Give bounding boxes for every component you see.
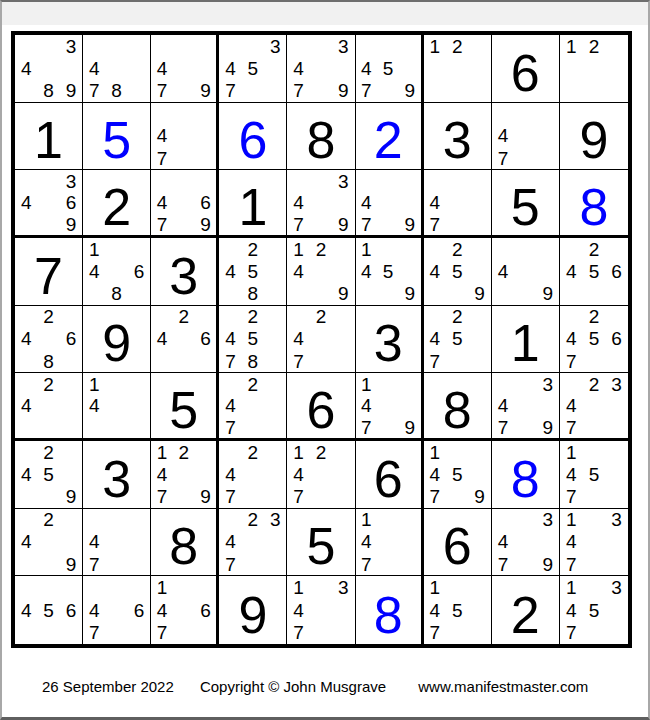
cell-r9c3[interactable]: 1467 bbox=[151, 576, 219, 644]
candidate-5: 5 bbox=[37, 599, 59, 622]
candidate-6: 6 bbox=[60, 599, 82, 622]
cell-r9c5[interactable]: 1347 bbox=[287, 576, 355, 644]
cell-r6c6[interactable]: 1479 bbox=[356, 373, 424, 441]
candidate-1: 1 bbox=[560, 441, 583, 463]
cell-r6c4[interactable]: 247 bbox=[219, 373, 287, 441]
footer-copyright: Copyright © John Musgrave bbox=[200, 678, 386, 695]
candidate-2: 2 bbox=[37, 306, 59, 328]
candidate-3: 3 bbox=[605, 373, 628, 395]
candidate-4: 4 bbox=[83, 395, 105, 417]
candidate-3: 3 bbox=[537, 509, 559, 531]
placed-digit: 5 bbox=[492, 170, 559, 235]
cell-r7c7[interactable]: 14579 bbox=[424, 441, 492, 509]
candidate-4: 4 bbox=[492, 260, 514, 282]
cell-r4c8[interactable]: 49 bbox=[492, 238, 560, 306]
candidate-4: 4 bbox=[83, 599, 105, 622]
placed-digit: 9 bbox=[560, 103, 628, 170]
candidate-7: 7 bbox=[492, 416, 514, 438]
candidate-8: 8 bbox=[105, 282, 127, 304]
candidate-1: 1 bbox=[83, 373, 105, 395]
placed-digit: 2 bbox=[492, 576, 559, 644]
cell-r9c9[interactable]: 13457 bbox=[560, 576, 628, 644]
cell-r8c8[interactable]: 3479 bbox=[492, 509, 560, 577]
placed-digit: 1 bbox=[219, 170, 286, 235]
candidate-8: 8 bbox=[37, 79, 59, 101]
cell-r6c7[interactable]: 8 bbox=[424, 373, 492, 441]
candidate-3: 3 bbox=[60, 35, 82, 57]
candidate-2: 2 bbox=[37, 509, 59, 531]
candidate-7: 7 bbox=[424, 350, 446, 372]
candidate-1: 1 bbox=[83, 238, 105, 260]
candidate-2: 2 bbox=[310, 306, 332, 328]
candidate-4: 4 bbox=[560, 531, 583, 553]
candidate-7: 7 bbox=[356, 553, 378, 575]
candidate-9: 9 bbox=[468, 282, 490, 304]
candidate-4: 4 bbox=[287, 57, 309, 79]
candidate-1: 1 bbox=[356, 509, 378, 531]
candidate-4: 4 bbox=[219, 531, 241, 553]
cell-r1c8[interactable]: 6 bbox=[492, 35, 560, 103]
candidate-1: 1 bbox=[424, 441, 446, 463]
cell-r1c6[interactable]: 4579 bbox=[356, 35, 424, 103]
placed-digit: 6 bbox=[424, 509, 491, 576]
candidate-7: 7 bbox=[287, 350, 309, 372]
candidate-4: 4 bbox=[151, 125, 173, 147]
candidate-4: 4 bbox=[287, 192, 309, 214]
candidate-4: 4 bbox=[356, 260, 378, 282]
candidate-2: 2 bbox=[446, 35, 468, 57]
candidate-7: 7 bbox=[560, 416, 583, 438]
sudoku-app-window: 3489478479345734794579126121547682347934… bbox=[0, 0, 650, 720]
candidate-4: 4 bbox=[492, 125, 514, 147]
candidate-7: 7 bbox=[83, 79, 105, 101]
candidate-6: 6 bbox=[195, 328, 217, 350]
candidate-3: 3 bbox=[605, 576, 628, 599]
candidate-4: 4 bbox=[560, 395, 583, 417]
candidate-7: 7 bbox=[287, 621, 309, 644]
candidate-5: 5 bbox=[583, 328, 606, 350]
candidate-2: 2 bbox=[173, 306, 195, 328]
candidate-2: 2 bbox=[242, 306, 264, 328]
cell-r9c4[interactable]: 9 bbox=[219, 576, 287, 644]
candidate-9: 9 bbox=[332, 282, 354, 304]
candidate-7: 7 bbox=[356, 213, 378, 235]
candidate-4: 4 bbox=[151, 599, 173, 622]
cell-r8c9[interactable]: 1347 bbox=[560, 509, 628, 577]
cell-r6c3[interactable]: 5 bbox=[151, 373, 219, 441]
cell-r3c1[interactable]: 3469 bbox=[15, 170, 83, 238]
candidate-5: 5 bbox=[242, 328, 264, 350]
placed-digit: 5 bbox=[287, 509, 354, 576]
candidate-4: 4 bbox=[560, 463, 583, 485]
candidate-4: 4 bbox=[424, 463, 446, 485]
cell-r7c1[interactable]: 2459 bbox=[15, 441, 83, 509]
candidate-9: 9 bbox=[195, 79, 217, 101]
cell-r5c5[interactable]: 247 bbox=[287, 306, 355, 374]
cell-r5c6[interactable]: 3 bbox=[356, 306, 424, 374]
candidate-3: 3 bbox=[332, 35, 354, 57]
cell-r9c8[interactable]: 2 bbox=[492, 576, 560, 644]
candidate-4: 4 bbox=[15, 599, 37, 622]
candidate-3: 3 bbox=[264, 35, 286, 57]
candidate-7: 7 bbox=[287, 213, 309, 235]
candidate-6: 6 bbox=[195, 192, 217, 214]
candidate-1: 1 bbox=[356, 238, 378, 260]
candidate-2: 2 bbox=[310, 441, 332, 463]
candidate-4: 4 bbox=[15, 395, 37, 417]
candidate-7: 7 bbox=[151, 485, 173, 507]
cell-r5c2[interactable]: 9 bbox=[83, 306, 151, 374]
cell-r8c2[interactable]: 47 bbox=[83, 509, 151, 577]
placed-digit: 3 bbox=[356, 306, 421, 373]
candidate-6: 6 bbox=[605, 328, 628, 350]
cell-r9c1[interactable]: 456 bbox=[15, 576, 83, 644]
candidate-4: 4 bbox=[356, 395, 378, 417]
candidate-2: 2 bbox=[583, 35, 606, 57]
placed-digit: 8 bbox=[424, 373, 491, 438]
placed-digit: 2 bbox=[356, 103, 421, 170]
candidate-7: 7 bbox=[424, 485, 446, 507]
cell-r3c6[interactable]: 479 bbox=[356, 170, 424, 238]
candidate-7: 7 bbox=[492, 553, 514, 575]
cell-r2c7[interactable]: 3 bbox=[424, 103, 492, 171]
cell-r7c6[interactable]: 6 bbox=[356, 441, 424, 509]
candidate-4: 4 bbox=[151, 57, 173, 79]
candidate-9: 9 bbox=[399, 79, 421, 101]
cell-r3c7[interactable]: 47 bbox=[424, 170, 492, 238]
cell-r9c6[interactable]: 8 bbox=[356, 576, 424, 644]
cell-r1c3[interactable]: 479 bbox=[151, 35, 219, 103]
candidate-5: 5 bbox=[583, 463, 606, 485]
candidate-6: 6 bbox=[195, 599, 217, 622]
cell-r1c9[interactable]: 12 bbox=[560, 35, 628, 103]
candidate-7: 7 bbox=[151, 79, 173, 101]
candidate-7: 7 bbox=[492, 147, 514, 169]
placed-digit: 8 bbox=[560, 170, 628, 235]
candidate-9: 9 bbox=[537, 553, 559, 575]
candidate-4: 4 bbox=[287, 599, 309, 622]
candidate-1: 1 bbox=[424, 35, 446, 57]
cell-r6c9[interactable]: 2347 bbox=[560, 373, 628, 441]
candidate-7: 7 bbox=[83, 553, 105, 575]
candidate-7: 7 bbox=[219, 79, 241, 101]
cell-r6c1[interactable]: 24 bbox=[15, 373, 83, 441]
candidate-8: 8 bbox=[37, 350, 59, 372]
candidate-4: 4 bbox=[15, 57, 37, 79]
cell-r3c8[interactable]: 5 bbox=[492, 170, 560, 238]
candidate-4: 4 bbox=[15, 463, 37, 485]
cell-r7c5[interactable]: 1247 bbox=[287, 441, 355, 509]
cell-r6c5[interactable]: 6 bbox=[287, 373, 355, 441]
placed-digit: 1 bbox=[15, 103, 82, 170]
candidate-7: 7 bbox=[219, 416, 241, 438]
cell-r2c1[interactable]: 1 bbox=[15, 103, 83, 171]
candidate-4: 4 bbox=[219, 57, 241, 79]
candidate-4: 4 bbox=[424, 328, 446, 350]
placed-digit: 8 bbox=[287, 103, 354, 170]
cell-r7c8[interactable]: 8 bbox=[492, 441, 560, 509]
candidate-7: 7 bbox=[151, 213, 173, 235]
candidate-9: 9 bbox=[537, 282, 559, 304]
candidate-5: 5 bbox=[446, 599, 468, 622]
candidate-3: 3 bbox=[332, 576, 354, 599]
footer-website: www.manifestmaster.com bbox=[418, 678, 588, 695]
candidate-4: 4 bbox=[219, 463, 241, 485]
cell-r6c8[interactable]: 3479 bbox=[492, 373, 560, 441]
cell-r4c5[interactable]: 1249 bbox=[287, 238, 355, 306]
candidate-4: 4 bbox=[219, 395, 241, 417]
candidate-7: 7 bbox=[287, 485, 309, 507]
candidate-7: 7 bbox=[219, 485, 241, 507]
cell-r3c2[interactable]: 2 bbox=[83, 170, 151, 238]
cell-r2c3[interactable]: 47 bbox=[151, 103, 219, 171]
footer-date: 26 September 2022 bbox=[42, 678, 174, 695]
candidate-9: 9 bbox=[399, 282, 421, 304]
candidate-7: 7 bbox=[151, 147, 173, 169]
candidate-6: 6 bbox=[128, 599, 150, 622]
placed-digit: 2 bbox=[83, 170, 150, 235]
candidate-7: 7 bbox=[356, 416, 378, 438]
candidate-6: 6 bbox=[60, 328, 82, 350]
candidate-3: 3 bbox=[60, 170, 82, 192]
cell-r3c9[interactable]: 8 bbox=[560, 170, 628, 238]
cell-r4c7[interactable]: 2459 bbox=[424, 238, 492, 306]
candidate-4: 4 bbox=[424, 260, 446, 282]
candidate-1: 1 bbox=[151, 441, 173, 463]
candidate-9: 9 bbox=[60, 553, 82, 575]
candidate-9: 9 bbox=[332, 213, 354, 235]
candidate-9: 9 bbox=[60, 79, 82, 101]
cell-r7c9[interactable]: 1457 bbox=[560, 441, 628, 509]
cell-r8c5[interactable]: 5 bbox=[287, 509, 355, 577]
cell-r2c8[interactable]: 47 bbox=[492, 103, 560, 171]
candidate-4: 4 bbox=[83, 531, 105, 553]
placed-digit: 8 bbox=[356, 576, 421, 644]
candidate-4: 4 bbox=[492, 395, 514, 417]
candidate-2: 2 bbox=[310, 238, 332, 260]
candidate-2: 2 bbox=[446, 306, 468, 328]
cell-r8c4[interactable]: 2347 bbox=[219, 509, 287, 577]
candidate-4: 4 bbox=[356, 57, 378, 79]
cell-r6c2[interactable]: 14 bbox=[83, 373, 151, 441]
candidate-3: 3 bbox=[332, 170, 354, 192]
candidate-5: 5 bbox=[446, 463, 468, 485]
candidate-1: 1 bbox=[560, 35, 583, 57]
placed-digit: 6 bbox=[219, 103, 286, 170]
candidate-8: 8 bbox=[242, 282, 264, 304]
candidate-9: 9 bbox=[195, 485, 217, 507]
candidate-1: 1 bbox=[287, 576, 309, 599]
candidate-9: 9 bbox=[399, 213, 421, 235]
candidate-9: 9 bbox=[195, 213, 217, 235]
cell-r8c3[interactable]: 8 bbox=[151, 509, 219, 577]
candidate-6: 6 bbox=[60, 192, 82, 214]
candidate-2: 2 bbox=[242, 238, 264, 260]
candidate-9: 9 bbox=[60, 213, 82, 235]
cell-r3c3[interactable]: 4679 bbox=[151, 170, 219, 238]
candidate-4: 4 bbox=[492, 531, 514, 553]
candidate-7: 7 bbox=[219, 553, 241, 575]
cell-r5c7[interactable]: 2457 bbox=[424, 306, 492, 374]
cell-r5c3[interactable]: 246 bbox=[151, 306, 219, 374]
placed-digit: 8 bbox=[492, 441, 559, 508]
cell-r5c4[interactable]: 24578 bbox=[219, 306, 287, 374]
candidate-4: 4 bbox=[15, 192, 37, 214]
cell-r3c4[interactable]: 1 bbox=[219, 170, 287, 238]
candidate-4: 4 bbox=[83, 57, 105, 79]
cell-r1c2[interactable]: 478 bbox=[83, 35, 151, 103]
candidate-5: 5 bbox=[377, 260, 399, 282]
cell-r4c4[interactable]: 2458 bbox=[219, 238, 287, 306]
cell-r4c2[interactable]: 1468 bbox=[83, 238, 151, 306]
candidate-2: 2 bbox=[37, 441, 59, 463]
cell-r9c7[interactable]: 1457 bbox=[424, 576, 492, 644]
cell-r2c2[interactable]: 5 bbox=[83, 103, 151, 171]
candidate-2: 2 bbox=[583, 238, 606, 260]
candidate-4: 4 bbox=[219, 328, 241, 350]
candidate-2: 2 bbox=[242, 441, 264, 463]
candidate-4: 4 bbox=[83, 260, 105, 282]
candidate-4: 4 bbox=[560, 599, 583, 622]
candidate-4: 4 bbox=[151, 463, 173, 485]
candidate-3: 3 bbox=[537, 373, 559, 395]
cell-r2c5[interactable]: 8 bbox=[287, 103, 355, 171]
cell-r4c9[interactable]: 2456 bbox=[560, 238, 628, 306]
candidate-1: 1 bbox=[560, 509, 583, 531]
candidate-7: 7 bbox=[219, 350, 241, 372]
candidate-5: 5 bbox=[446, 328, 468, 350]
candidate-7: 7 bbox=[356, 79, 378, 101]
candidate-5: 5 bbox=[37, 463, 59, 485]
candidate-4: 4 bbox=[424, 192, 446, 214]
cell-r1c4[interactable]: 3457 bbox=[219, 35, 287, 103]
candidate-4: 4 bbox=[287, 260, 309, 282]
cell-r8c7[interactable]: 6 bbox=[424, 509, 492, 577]
candidate-9: 9 bbox=[332, 79, 354, 101]
cell-r9c2[interactable]: 467 bbox=[83, 576, 151, 644]
candidate-7: 7 bbox=[151, 621, 173, 644]
candidate-2: 2 bbox=[173, 441, 195, 463]
candidate-4: 4 bbox=[424, 599, 446, 622]
candidate-2: 2 bbox=[583, 306, 606, 328]
candidate-7: 7 bbox=[424, 213, 446, 235]
cell-r4c1[interactable]: 7 bbox=[15, 238, 83, 306]
candidate-7: 7 bbox=[287, 79, 309, 101]
candidate-4: 4 bbox=[287, 463, 309, 485]
candidate-7: 7 bbox=[560, 350, 583, 372]
placed-digit: 6 bbox=[287, 373, 354, 438]
candidate-7: 7 bbox=[560, 621, 583, 644]
placed-digit: 8 bbox=[151, 509, 216, 576]
cell-r2c4[interactable]: 6 bbox=[219, 103, 287, 171]
cell-r4c3[interactable]: 3 bbox=[151, 238, 219, 306]
candidate-1: 1 bbox=[151, 576, 173, 599]
candidate-7: 7 bbox=[560, 553, 583, 575]
candidate-9: 9 bbox=[537, 416, 559, 438]
candidate-4: 4 bbox=[151, 328, 173, 350]
placed-digit: 5 bbox=[83, 103, 150, 170]
candidate-1: 1 bbox=[356, 373, 378, 395]
cell-r5c1[interactable]: 2468 bbox=[15, 306, 83, 374]
candidate-1: 1 bbox=[287, 238, 309, 260]
candidate-9: 9 bbox=[468, 485, 490, 507]
candidate-1: 1 bbox=[424, 576, 446, 599]
candidate-2: 2 bbox=[242, 373, 264, 395]
candidate-5: 5 bbox=[583, 260, 606, 282]
cell-r1c7[interactable]: 12 bbox=[424, 35, 492, 103]
cell-r8c1[interactable]: 249 bbox=[15, 509, 83, 577]
cell-r2c9[interactable]: 9 bbox=[560, 103, 628, 171]
footer: 26 September 2022 Copyright © John Musgr… bbox=[42, 676, 588, 698]
cell-r8c6[interactable]: 147 bbox=[356, 509, 424, 577]
cell-r4c6[interactable]: 1459 bbox=[356, 238, 424, 306]
candidate-5: 5 bbox=[583, 599, 606, 622]
cell-r1c5[interactable]: 3479 bbox=[287, 35, 355, 103]
candidate-9: 9 bbox=[60, 485, 82, 507]
candidate-4: 4 bbox=[219, 260, 241, 282]
placed-digit: 3 bbox=[83, 441, 150, 508]
candidate-1: 1 bbox=[560, 576, 583, 599]
candidate-1: 1 bbox=[287, 441, 309, 463]
placed-digit: 7 bbox=[15, 238, 82, 305]
candidate-2: 2 bbox=[446, 238, 468, 260]
cell-r5c8[interactable]: 1 bbox=[492, 306, 560, 374]
candidate-2: 2 bbox=[37, 373, 59, 395]
cell-r7c3[interactable]: 12479 bbox=[151, 441, 219, 509]
candidate-7: 7 bbox=[83, 621, 105, 644]
candidate-5: 5 bbox=[446, 260, 468, 282]
candidate-3: 3 bbox=[264, 509, 286, 531]
candidate-4: 4 bbox=[151, 192, 173, 214]
candidate-4: 4 bbox=[15, 328, 37, 350]
cell-r7c4[interactable]: 247 bbox=[219, 441, 287, 509]
window-top-strip bbox=[2, 2, 648, 25]
candidate-8: 8 bbox=[242, 350, 264, 372]
cell-r7c2[interactable]: 3 bbox=[83, 441, 151, 509]
candidate-3: 3 bbox=[605, 509, 628, 531]
candidate-2: 2 bbox=[583, 373, 606, 395]
candidate-4: 4 bbox=[356, 192, 378, 214]
placed-digit: 6 bbox=[492, 35, 559, 102]
candidate-7: 7 bbox=[560, 485, 583, 507]
sudoku-board: 3489478479345734794579126121547682347934… bbox=[11, 31, 632, 648]
placed-digit: 1 bbox=[492, 306, 559, 373]
cell-r3c5[interactable]: 3479 bbox=[287, 170, 355, 238]
cell-r2c6[interactable]: 2 bbox=[356, 103, 424, 171]
candidate-5: 5 bbox=[242, 57, 264, 79]
candidate-7: 7 bbox=[424, 621, 446, 644]
placed-digit: 3 bbox=[424, 103, 491, 170]
candidate-6: 6 bbox=[128, 260, 150, 282]
candidate-5: 5 bbox=[242, 260, 264, 282]
candidate-4: 4 bbox=[15, 531, 37, 553]
candidate-4: 4 bbox=[287, 328, 309, 350]
placed-digit: 6 bbox=[356, 441, 421, 508]
cell-r5c9[interactable]: 24567 bbox=[560, 306, 628, 374]
candidate-4: 4 bbox=[356, 531, 378, 553]
placed-digit: 9 bbox=[219, 576, 286, 644]
candidate-9: 9 bbox=[399, 416, 421, 438]
candidate-6: 6 bbox=[605, 260, 628, 282]
placed-digit: 5 bbox=[151, 373, 216, 438]
placed-digit: 9 bbox=[83, 306, 150, 373]
candidate-2: 2 bbox=[242, 509, 264, 531]
candidate-8: 8 bbox=[105, 79, 127, 101]
cell-r1c1[interactable]: 3489 bbox=[15, 35, 83, 103]
candidate-5: 5 bbox=[377, 57, 399, 79]
placed-digit: 3 bbox=[151, 238, 216, 305]
candidate-4: 4 bbox=[560, 260, 583, 282]
